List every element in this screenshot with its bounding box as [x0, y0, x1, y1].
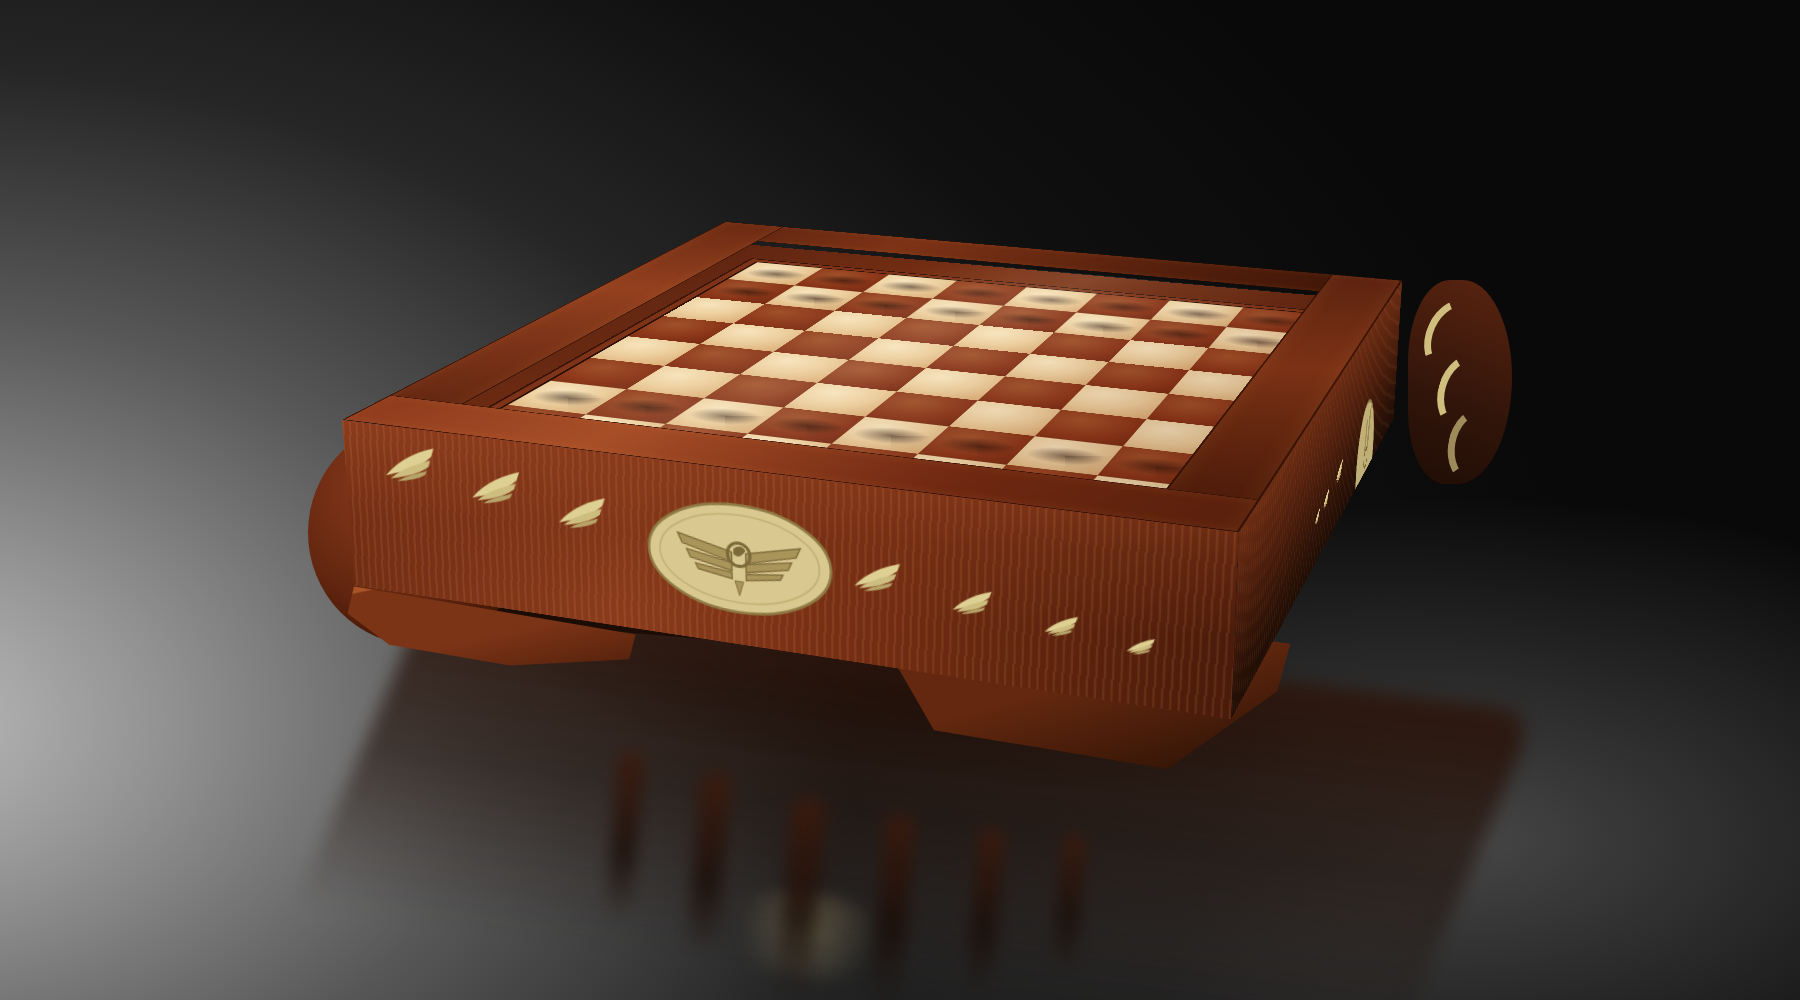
- aeroflot-medallion: [636, 487, 843, 632]
- piece-white-pawn-a2[interactable]: ♟: [1216, 207, 1297, 351]
- gold-feather-icon: [1314, 506, 1321, 533]
- board-box: ♜♞♝♚♛♝♞♜♟♟♟♟♟♟♟♟♟♟♟♟♟♟♟♟♜♞♝♚♛♝♞♜: [344, 242, 1401, 563]
- gold-feather-icon: [377, 437, 443, 498]
- gold-feather-icon: [1322, 485, 1330, 517]
- gold-feather-icon: [465, 461, 529, 520]
- right-corner-decor: [1408, 280, 1512, 484]
- gold-feather-icon: [552, 487, 613, 544]
- gold-feather-icon: [1040, 609, 1082, 648]
- gold-feather-icon: [849, 553, 907, 607]
- chrome-helmet-icon: [1239, 245, 1274, 276]
- gold-feather-icon: [1335, 456, 1344, 492]
- gold-feather-icon: [1123, 632, 1159, 665]
- gold-feather-icon: [948, 583, 997, 629]
